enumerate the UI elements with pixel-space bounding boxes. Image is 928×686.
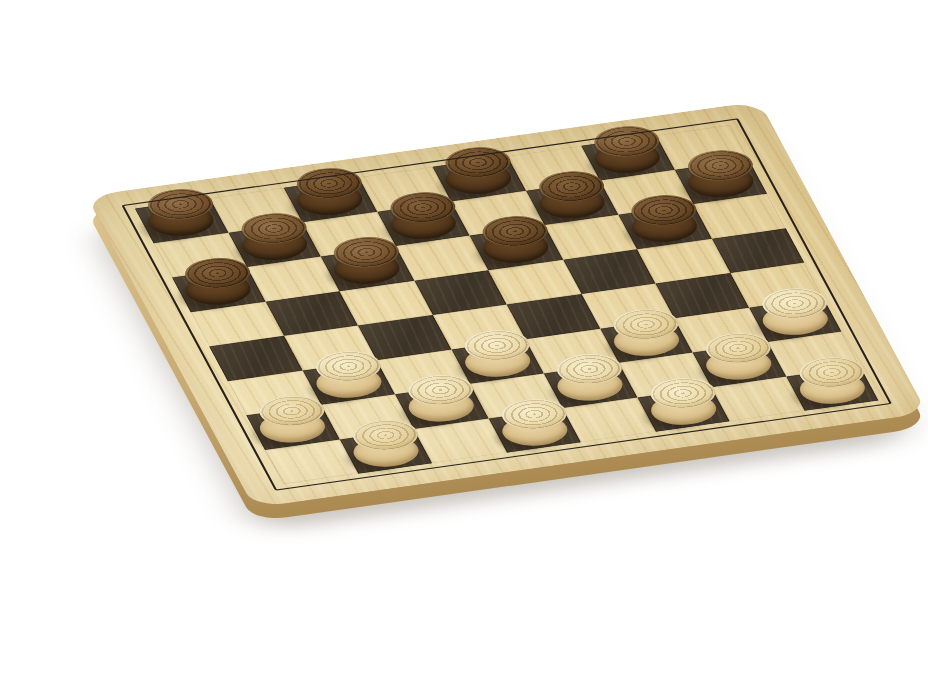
dark-piece[interactable]: ⛂: [440, 160, 519, 198]
dark-piece[interactable]: ⛂: [588, 139, 667, 177]
dark-piece[interactable]: ⛂: [681, 163, 760, 201]
dark-piece[interactable]: ⛂: [142, 202, 221, 240]
checkers-board: ⛂⛂⛂⛂⛂⛂⛂⛂⛂⛂⛂⛂⛀⛀⛀⛀⛀⛀⛀⛀⛀⛀⛀⛀: [86, 101, 927, 508]
light-piece[interactable]: ⛀: [644, 390, 723, 428]
dark-piece[interactable]: ⛂: [291, 181, 370, 219]
dark-piece[interactable]: ⛂: [532, 184, 611, 222]
light-piece[interactable]: ⛀: [309, 363, 388, 401]
dark-piece[interactable]: ⛂: [328, 250, 407, 288]
light-piece[interactable]: ⛀: [756, 300, 835, 338]
light-piece[interactable]: ⛀: [793, 369, 872, 407]
dark-piece[interactable]: ⛂: [179, 270, 258, 308]
light-piece[interactable]: ⛀: [495, 411, 574, 449]
light-piece[interactable]: ⛀: [402, 387, 481, 425]
dark-piece[interactable]: ⛂: [235, 226, 314, 264]
light-piece[interactable]: ⛀: [607, 321, 686, 359]
dark-piece[interactable]: ⛂: [625, 208, 704, 246]
dark-piece[interactable]: ⛂: [384, 205, 463, 243]
light-piece[interactable]: ⛀: [458, 342, 537, 380]
light-piece[interactable]: ⛀: [346, 432, 425, 470]
dark-piece[interactable]: ⛂: [477, 229, 556, 267]
scene: ⛂⛂⛂⛂⛂⛂⛂⛂⛂⛂⛂⛂⛀⛀⛀⛀⛀⛀⛀⛀⛀⛀⛀⛀: [0, 0, 928, 686]
light-piece[interactable]: ⛀: [551, 366, 630, 404]
light-piece[interactable]: ⛀: [253, 408, 332, 446]
light-piece[interactable]: ⛀: [700, 345, 779, 383]
